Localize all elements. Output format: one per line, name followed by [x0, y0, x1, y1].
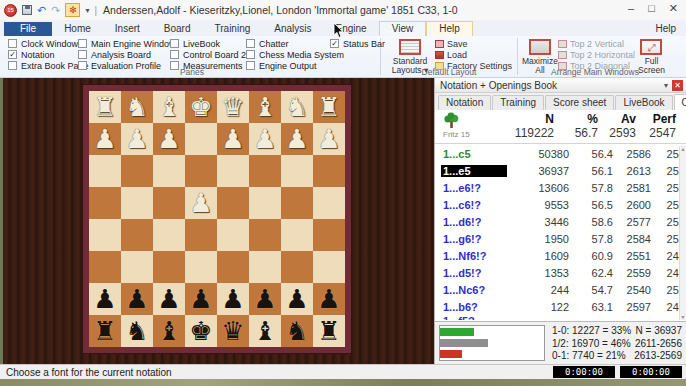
- book-row-1-nf6[interactable]: 1...Nf6!?160960.925512489: [435, 247, 686, 264]
- square-a6[interactable]: [313, 251, 345, 283]
- square-f6[interactable]: [153, 251, 185, 283]
- square-f2[interactable]: ♟: [153, 123, 185, 155]
- square-d2[interactable]: ♟: [217, 123, 249, 155]
- result-line: 0-1: 7740 = 21%2613-2569: [552, 350, 682, 361]
- result-left: 0-1: 7740 = 21%: [552, 350, 626, 361]
- total-av: 2593: [598, 126, 636, 140]
- square-a4[interactable]: [313, 187, 345, 219]
- square-b2[interactable]: ♟: [281, 123, 313, 155]
- notation-book-panel: Notation + Openings Book ▾ ✕ NotationTra…: [434, 78, 686, 364]
- full-screen-icon: ⤢: [640, 39, 662, 55]
- white-pawn-a2[interactable]: ♟: [317, 123, 340, 155]
- checkbox-livebook[interactable]: LiveBook: [170, 38, 246, 49]
- book-cell-n: 1609: [507, 250, 569, 262]
- result-right: 2613-2569: [634, 350, 682, 361]
- book-move[interactable]: 1...c5: [441, 148, 507, 160]
- ribbon-separator: [517, 38, 518, 75]
- black-king-e8[interactable]: ♚: [189, 315, 212, 347]
- checkbox-unchecked-icon[interactable]: [78, 50, 87, 59]
- column-av[interactable]: Av: [598, 112, 636, 126]
- checkbox-checked-icon[interactable]: ✓: [8, 50, 17, 59]
- square-e3[interactable]: [185, 155, 217, 187]
- result-bar: [440, 328, 474, 336]
- white-pawn-d2[interactable]: ♟: [221, 123, 244, 155]
- checkbox-unchecked-icon[interactable]: [246, 50, 255, 59]
- ribbon-group-arrange: Maximize All Top 2 Vertical Top 2 Horizo…: [522, 36, 668, 77]
- load-layout-button[interactable]: Load: [435, 50, 512, 60]
- square-a3[interactable]: [313, 155, 345, 187]
- square-f8[interactable]: ♝: [153, 315, 185, 347]
- book-row-1-g6[interactable]: 1...g6!?195057.825842517: [435, 230, 686, 247]
- tab-board[interactable]: Board: [152, 22, 203, 36]
- book-tree-block[interactable]: Fritz 15: [441, 112, 490, 140]
- board-panel: ♜♞♝♚♛♝♞♜♟♟♟♟♟♟♟♟♟♟♟♟♟♟♟♟♜♞♝♚♛♝♞♜: [0, 78, 434, 364]
- clock-black: 0:00:00: [620, 366, 682, 378]
- panel-tab-livebook[interactable]: LiveBook: [615, 95, 672, 110]
- book-cell-av: 2584: [613, 233, 651, 245]
- book-cell-pct: 63.1: [569, 301, 613, 313]
- result-left: 1/2: 16970 = 46%: [552, 338, 631, 349]
- black-knight-g8[interactable]: ♞: [125, 315, 148, 347]
- scroll-down-icon[interactable]: ▼: [681, 314, 686, 320]
- black-bishop-f8[interactable]: ♝: [157, 315, 180, 347]
- ribbon-group-panes: Clock Window✓NotationExtra Book PaneMain…: [8, 36, 376, 77]
- book-row-1-e6[interactable]: 1...e6!?1360657.825812535: [435, 179, 686, 196]
- column-n[interactable]: N: [490, 112, 554, 126]
- checkbox-label: Analysis Board: [91, 50, 151, 60]
- square-g1[interactable]: ♞: [121, 91, 153, 123]
- save-layout-icon: [435, 40, 444, 48]
- tab-analysis[interactable]: Analysis: [262, 22, 323, 36]
- book-cell-av: 2600: [613, 199, 651, 211]
- tab-file[interactable]: File: [4, 22, 52, 36]
- square-c7[interactable]: ♟: [249, 283, 281, 315]
- square-d5[interactable]: [217, 219, 249, 251]
- tab-home[interactable]: Home: [52, 22, 103, 36]
- square-d8[interactable]: ♛: [217, 315, 249, 347]
- load-layout-icon: [435, 51, 444, 59]
- white-bishop-f1[interactable]: ♝: [157, 91, 180, 123]
- square-g5[interactable]: [121, 219, 153, 251]
- toolbar-separator: |: [94, 5, 97, 16]
- ribbon-group-default-layout: Standard Layouts ▾ Save Load Factory Set…: [385, 36, 513, 77]
- book-move[interactable]: 1...d6!?: [441, 216, 507, 228]
- checkbox-chess-media-system[interactable]: Chess Media System: [246, 49, 330, 60]
- book-header: Fritz 15 N % Av Perf 119222 56.7 2593: [435, 110, 686, 140]
- status-message: Choose a font for the current notation: [6, 367, 172, 378]
- square-b3[interactable]: [281, 155, 313, 187]
- results-bar-chart: [439, 325, 545, 361]
- book-cell-av: 2577: [613, 216, 651, 228]
- square-b4[interactable]: [281, 187, 313, 219]
- checkbox-chatter[interactable]: Chatter: [246, 38, 330, 49]
- checkbox-label: Clock Window: [21, 39, 78, 49]
- square-h6[interactable]: [89, 251, 121, 283]
- panel-tab-notation[interactable]: Notation: [438, 95, 491, 110]
- square-h3[interactable]: [89, 155, 121, 187]
- status-bar: Choose a font for the current notation 0…: [0, 364, 686, 379]
- tab-insert[interactable]: Insert: [103, 22, 152, 36]
- square-c6[interactable]: [249, 251, 281, 283]
- top2-vertical-icon: [558, 40, 567, 48]
- maximize-all-icon: [529, 39, 551, 55]
- result-left: 1-0: 12227 = 33%: [552, 325, 631, 336]
- black-bishop-c8[interactable]: ♝: [253, 315, 276, 347]
- book-cell-av: 2540: [613, 284, 651, 296]
- square-e4[interactable]: ♟: [185, 187, 217, 219]
- clock-white: 0:00:00: [553, 366, 615, 378]
- square-e1[interactable]: ♚: [185, 91, 217, 123]
- checkbox-label: Control Board 2D: [183, 50, 253, 60]
- square-b8[interactable]: ♞: [281, 315, 313, 347]
- square-e8[interactable]: ♚: [185, 315, 217, 347]
- group-label-panes: Panes: [8, 67, 376, 77]
- white-pawn-f2[interactable]: ♟: [157, 123, 180, 155]
- checkbox-unchecked-icon[interactable]: [78, 39, 87, 48]
- panel-close-icon[interactable]: ✕: [672, 80, 683, 91]
- square-h4[interactable]: [89, 187, 121, 219]
- square-h7[interactable]: ♟: [89, 283, 121, 315]
- ribbon-tab-row: FileHomeInsertBoardTrainingAnalysisEngin…: [0, 20, 686, 36]
- square-f3[interactable]: [153, 155, 185, 187]
- desktop-edge-sliver: [0, 78, 3, 364]
- white-pawn-b2[interactable]: ♟: [285, 123, 308, 155]
- square-b1[interactable]: ♞: [281, 91, 313, 123]
- square-d4[interactable]: [217, 187, 249, 219]
- checkbox-notation[interactable]: ✓Notation: [8, 49, 78, 60]
- black-pawn-e7[interactable]: ♟: [189, 283, 212, 315]
- square-g4[interactable]: [121, 187, 153, 219]
- top2-horizontal-icon: [558, 51, 567, 59]
- book-name: Fritz 15: [443, 130, 470, 139]
- book-move[interactable]: 1...Nc6?: [441, 284, 507, 296]
- checkbox-unchecked-icon[interactable]: [246, 39, 255, 48]
- book-column-headers: N % Av Perf: [490, 112, 676, 126]
- white-bishop-c1[interactable]: ♝: [253, 91, 276, 123]
- tab-help[interactable]: Help: [426, 21, 473, 36]
- book-statistics: 1-0: 12227 = 33%N = 369371/2: 16970 = 46…: [435, 321, 686, 364]
- square-h2[interactable]: ♟: [89, 123, 121, 155]
- square-f5[interactable]: [153, 219, 185, 251]
- standard-layouts-icon: [399, 39, 421, 55]
- book-move[interactable]: 1...d5!?: [441, 267, 507, 279]
- white-knight-g1[interactable]: ♞: [125, 91, 148, 123]
- square-a7[interactable]: ♟: [313, 283, 345, 315]
- square-c2[interactable]: ♟: [249, 123, 281, 155]
- scrollbar[interactable]: ▲ ▼: [679, 146, 686, 320]
- square-a2[interactable]: ♟: [313, 123, 345, 155]
- book-cell-pct: 54.7: [569, 284, 613, 296]
- result-bar: [440, 339, 488, 347]
- book-move[interactable]: 1...f5?: [441, 315, 507, 320]
- black-queen-d8[interactable]: ♛: [221, 315, 244, 347]
- white-pawn-e4[interactable]: ♟: [189, 187, 212, 219]
- pinwheel-icon: ✻: [69, 5, 77, 15]
- book-cell-n: 50380: [507, 148, 569, 160]
- result-bar: [440, 350, 462, 358]
- customize-toolbar-arrow-icon[interactable]: ▾: [85, 5, 89, 16]
- black-pawn-a7[interactable]: ♟: [317, 283, 340, 315]
- square-c4[interactable]: [249, 187, 281, 219]
- tab-view[interactable]: View: [379, 21, 427, 36]
- book-move[interactable]: 1...e5: [441, 165, 507, 177]
- square-c3[interactable]: [249, 155, 281, 187]
- square-c1[interactable]: ♝: [249, 91, 281, 123]
- book-cell-pct: 56.5: [569, 199, 613, 211]
- book-row-1-nc6[interactable]: 1...Nc6?24454.725402523: [435, 281, 686, 298]
- square-a8[interactable]: ♜: [313, 315, 345, 347]
- panel-title: Notation + Openings Book: [440, 80, 664, 91]
- result-line: 1/2: 16970 = 46%2611-2656: [552, 338, 682, 349]
- black-rook-a8[interactable]: ♜: [317, 315, 340, 347]
- scroll-up-icon[interactable]: ▲: [681, 146, 686, 152]
- white-knight-b1[interactable]: ♞: [285, 91, 308, 123]
- black-pawn-f7[interactable]: ♟: [157, 283, 180, 315]
- book-move[interactable]: 1...Nf6!?: [441, 250, 507, 262]
- black-rook-h8[interactable]: ♜: [93, 315, 116, 347]
- undo-icon[interactable]: ↶: [37, 5, 46, 16]
- book-totals-row: 119222 56.7 2593 2547: [490, 126, 676, 140]
- square-f7[interactable]: ♟: [153, 283, 185, 315]
- panel-tab-openings-book[interactable]: Openings Book: [674, 94, 686, 110]
- ribbon-view: Clock Window✓NotationExtra Book PaneMain…: [0, 36, 686, 78]
- checkbox-label: Notation: [21, 50, 55, 60]
- square-h8[interactable]: ♜: [89, 315, 121, 347]
- results-text: 1-0: 12227 = 33%N = 369371/2: 16970 = 46…: [545, 325, 682, 361]
- book-cell-av: 2581: [613, 182, 651, 194]
- book-cell-pct: 57.8: [569, 182, 613, 194]
- book-cell-n: 13606: [507, 182, 569, 194]
- checkbox-clock-window[interactable]: Clock Window: [8, 38, 78, 49]
- top2-vertical-button[interactable]: Top 2 Vertical: [558, 39, 635, 49]
- title-bar: 15 ↶ ↷ ✻ ▾ | Anderssen,Adolf - Kieseritz…: [0, 0, 686, 20]
- main-area: ♜♞♝♚♛♝♞♜♟♟♟♟♟♟♟♟♟♟♟♟♟♟♟♟♜♞♝♚♛♝♞♜ Notatio…: [0, 78, 686, 364]
- book-cell-n: 122: [507, 301, 569, 313]
- panel-tab-training[interactable]: Training: [492, 95, 544, 110]
- tree-icon: [443, 112, 460, 129]
- checkbox-status-bar[interactable]: ✓Status Bar: [330, 38, 376, 49]
- book-row-1-d5[interactable]: 1...d5!?135362.425592497: [435, 264, 686, 281]
- book-cell-n: 9553: [507, 199, 569, 211]
- group-label-arrange: Arrange Main Windows: [522, 67, 668, 77]
- total-perf: 2547: [636, 126, 676, 140]
- openings-book: Fritz 15 N % Av Perf 119222 56.7 2593: [435, 110, 686, 364]
- checkbox-label: Main Engine Window: [91, 39, 176, 49]
- checkbox-main-engine-window[interactable]: Main Engine Window: [78, 38, 170, 49]
- book-cell-pct: 57.8: [569, 233, 613, 245]
- square-h1[interactable]: ♜: [89, 91, 121, 123]
- black-pawn-h7[interactable]: ♟: [93, 283, 116, 315]
- book-move[interactable]: 1...e6!?: [441, 182, 507, 194]
- book-cell-av: 2597: [613, 301, 651, 313]
- square-a5[interactable]: [313, 219, 345, 251]
- square-b6[interactable]: [281, 251, 313, 283]
- tab-training[interactable]: Training: [203, 22, 263, 36]
- square-b5[interactable]: [281, 219, 313, 251]
- book-cell-pct: 62.4: [569, 267, 613, 279]
- close-button[interactable]: ✕: [669, 1, 678, 15]
- panel-dropdown-icon[interactable]: ▾: [664, 81, 668, 90]
- column-perf[interactable]: Perf: [636, 112, 676, 126]
- book-move-list: 1...c55038056.4258625401...e53693756.126…: [435, 145, 686, 320]
- square-c8[interactable]: ♝: [249, 315, 281, 347]
- white-rook-a1[interactable]: ♜: [317, 91, 340, 123]
- square-d3[interactable]: [217, 155, 249, 187]
- book-cell-n: 36937: [507, 165, 569, 177]
- black-pawn-c7[interactable]: ♟: [253, 283, 276, 315]
- square-d1[interactable]: ♛: [217, 91, 249, 123]
- book-cell-n: 3446: [507, 216, 569, 228]
- book-cell-n: 1950: [507, 233, 569, 245]
- square-h5[interactable]: [89, 219, 121, 251]
- book-row-1-b6[interactable]: 1...b6?12263.125972482: [435, 298, 686, 315]
- book-divider: [435, 143, 686, 144]
- tab-engine[interactable]: Engine: [324, 22, 379, 36]
- mouse-cursor: [333, 23, 344, 39]
- book-cell-av: 2551: [613, 250, 651, 262]
- checkbox-unchecked-icon[interactable]: [170, 39, 179, 48]
- total-pct: 56.7: [554, 126, 598, 140]
- checkbox-label: Chatter: [259, 39, 289, 49]
- checkbox-unchecked-icon[interactable]: [170, 50, 179, 59]
- checkbox-unchecked-icon[interactable]: [8, 39, 17, 48]
- square-a1[interactable]: ♜: [313, 91, 345, 123]
- checkbox-control-board-2d[interactable]: Control Board 2D: [170, 49, 246, 60]
- panel-header: Notation + Openings Book ▾ ✕: [435, 78, 686, 93]
- book-cell-n: 244: [507, 284, 569, 296]
- square-d7[interactable]: ♟: [217, 283, 249, 315]
- black-pawn-b7[interactable]: ♟: [285, 283, 308, 315]
- book-move[interactable]: 1...c6!?: [441, 199, 507, 211]
- white-queen-d1[interactable]: ♛: [221, 91, 244, 123]
- window-title: Anderssen,Adolf - Kieseritzky,Lionel, Lo…: [103, 4, 458, 16]
- square-e5[interactable]: [185, 219, 217, 251]
- black-knight-b8[interactable]: ♞: [285, 315, 308, 347]
- save-icon[interactable]: [22, 5, 32, 15]
- book-cell-pct: 60.9: [569, 250, 613, 262]
- maximize-button[interactable]: □: [648, 1, 655, 15]
- square-e2[interactable]: [185, 123, 217, 155]
- result-right: N = 36937: [636, 325, 682, 336]
- chessbase-window: 15 ↶ ↷ ✻ ▾ | Anderssen,Adolf - Kieseritz…: [0, 0, 686, 386]
- checkbox-label: LiveBook: [183, 39, 220, 49]
- book-move[interactable]: 1...g6!?: [441, 233, 507, 245]
- group-label-default-layout: Default Layout: [385, 67, 513, 77]
- square-f4[interactable]: [153, 187, 185, 219]
- book-row-1-e5[interactable]: 1...e53693756.126132569: [435, 162, 686, 179]
- book-cell-pct: 56.4: [569, 148, 613, 160]
- minimize-button[interactable]: –: [628, 1, 634, 15]
- square-g2[interactable]: ♟: [121, 123, 153, 155]
- white-pawn-c2[interactable]: ♟: [253, 123, 276, 155]
- book-cell-pct: 56.1: [569, 165, 613, 177]
- book-cell-av: 2586: [613, 148, 651, 160]
- book-cell-n: 1353: [507, 267, 569, 279]
- save-layout-button[interactable]: Save: [435, 39, 512, 49]
- square-g3[interactable]: [121, 155, 153, 187]
- square-g7[interactable]: ♟: [121, 283, 153, 315]
- book-cell-av: 2613: [613, 165, 651, 177]
- square-e6[interactable]: [185, 251, 217, 283]
- white-pawn-h2[interactable]: ♟: [93, 123, 116, 155]
- chess-board[interactable]: ♜♞♝♚♛♝♞♜♟♟♟♟♟♟♟♟♟♟♟♟♟♟♟♟♜♞♝♚♛♝♞♜: [83, 85, 351, 353]
- book-row-1-c6[interactable]: 1...c6!?955356.526002551: [435, 196, 686, 213]
- top2-horizontal-button[interactable]: Top 2 Horizontal: [558, 50, 635, 60]
- black-pawn-d7[interactable]: ♟: [221, 283, 244, 315]
- quick-access-toolbar: 15 ↶ ↷ ✻ ▾ |: [4, 3, 97, 17]
- square-e7[interactable]: ♟: [185, 283, 217, 315]
- book-cell-pct: 58.6: [569, 216, 613, 228]
- black-pawn-g7[interactable]: ♟: [125, 283, 148, 315]
- square-g6[interactable]: [121, 251, 153, 283]
- square-d6[interactable]: [217, 251, 249, 283]
- book-row-partial[interactable]: 1...f5?: [435, 315, 686, 320]
- total-n: 119222: [490, 126, 554, 140]
- book-cell-av: 2559: [613, 267, 651, 279]
- square-f1[interactable]: ♝: [153, 91, 185, 123]
- checkbox-analysis-board[interactable]: Analysis Board: [78, 49, 170, 60]
- square-b7[interactable]: ♟: [281, 283, 313, 315]
- panel-tab-score-sheet[interactable]: Score sheet: [545, 95, 614, 110]
- result-right: 2611-2656: [635, 338, 682, 349]
- square-c5[interactable]: [249, 219, 281, 251]
- help-link[interactable]: Help: [655, 23, 676, 34]
- chessbase-logo-icon: 15: [4, 4, 17, 17]
- desktop-strip: [0, 379, 686, 386]
- result-line: 1-0: 12227 = 33%N = 36937: [552, 325, 682, 336]
- book-row-1-d6[interactable]: 1...d6!?344658.625772524: [435, 213, 686, 230]
- white-rook-h1[interactable]: ♜: [93, 91, 116, 123]
- white-pawn-g2[interactable]: ♟: [125, 123, 148, 155]
- checkbox-label: Status Bar: [343, 39, 385, 49]
- checkbox-checked-icon[interactable]: ✓: [330, 39, 339, 48]
- square-g8[interactable]: ♞: [121, 315, 153, 347]
- book-row-1-c5[interactable]: 1...c55038056.425862540: [435, 145, 686, 162]
- activate-engine-icon[interactable]: ✻: [65, 3, 80, 17]
- white-king-e1[interactable]: ♚: [189, 91, 212, 123]
- column-pct[interactable]: %: [554, 112, 598, 126]
- panel-tab-bar: NotationTrainingScore sheetLiveBookOpeni…: [435, 93, 686, 110]
- redo-icon[interactable]: ↷: [51, 5, 60, 16]
- book-move[interactable]: 1...b6?: [441, 301, 507, 313]
